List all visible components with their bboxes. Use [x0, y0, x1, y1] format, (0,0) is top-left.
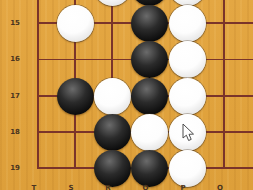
white-stone-R14 [94, 0, 131, 6]
grid-line-vertical [37, 0, 39, 169]
white-stone-P18 [169, 114, 206, 151]
black-stone-R18 [94, 114, 131, 151]
row-label-15: 15 [4, 19, 26, 27]
black-stone-Q19 [131, 150, 168, 187]
column-label-Q: Q [139, 184, 153, 190]
row-label-18: 18 [4, 128, 26, 136]
white-stone-P15 [169, 5, 206, 42]
white-stone-P17 [169, 78, 206, 115]
white-stone-S15 [57, 5, 94, 42]
white-stone-R17 [94, 78, 131, 115]
go-app-window: 1516171819TSRQPON [0, 0, 253, 190]
row-label-19: 19 [4, 164, 26, 172]
black-stone-R19 [94, 150, 131, 187]
white-stone-P16 [169, 41, 206, 78]
go-board[interactable] [0, 0, 253, 190]
column-label-R: R [101, 184, 115, 190]
black-stone-Q15 [131, 5, 168, 42]
black-stone-Q16 [131, 41, 168, 78]
grid-line-vertical [223, 0, 225, 169]
column-label-O: O [213, 184, 227, 190]
white-stone-Q18 [131, 114, 168, 151]
column-label-T: T [27, 184, 41, 190]
column-label-S: S [64, 184, 78, 190]
column-label-P: P [176, 184, 190, 190]
row-label-17: 17 [4, 92, 26, 100]
row-label-16: 16 [4, 55, 26, 63]
white-stone-P19 [169, 150, 206, 187]
column-label-N: N [250, 184, 253, 190]
black-stone-Q17 [131, 78, 168, 115]
black-stone-S17 [57, 78, 94, 115]
